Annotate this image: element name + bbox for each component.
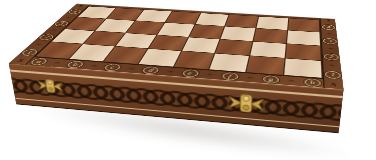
rank-label: 4 [322, 24, 335, 30]
scroll-motif-icon: ∞ [206, 73, 213, 77]
scroll-motif-icon: ∞ [288, 79, 294, 84]
scroll-motif-icon: ∞ [34, 43, 42, 46]
rank-coordinates-band-right: S 4 ∞ 3 ∞ 2 ∞ 1 S [320, 18, 344, 90]
corner-scroll-icon: S [326, 19, 331, 22]
scroll-motif-icon: ∞ [327, 32, 332, 35]
scroll-motif-icon: ∞ [65, 16, 72, 19]
corner-scroll-icon: S [16, 59, 25, 63]
board-square [284, 59, 321, 78]
rank-label: 3 [323, 38, 337, 45]
brass-clasp-icon [225, 90, 268, 117]
rank-label: 2 [324, 53, 339, 60]
rank-label: 1 [325, 71, 341, 80]
corner-scroll-icon: S [331, 83, 337, 88]
scroll-motif-icon: ∞ [167, 70, 175, 74]
product-photo: S 4 ∞ 3 ∞ 2 ∞ 1 S S 4 ∞ 3 ∞ 2 ∞ 1 S [0, 0, 376, 160]
scroll-motif-icon: ∞ [50, 29, 58, 32]
scroll-motif-icon: ∞ [329, 64, 335, 68]
brass-clasp-icon [34, 75, 67, 96]
board-square [210, 54, 249, 72]
scroll-motif-icon: ∞ [247, 76, 254, 80]
board-square [247, 56, 285, 75]
board-square [174, 51, 215, 69]
scroll-motif-icon: ∞ [90, 64, 98, 68]
scroll-motif-icon: ∞ [128, 67, 136, 71]
scroll-motif-icon: ∞ [328, 47, 334, 51]
scroll-motif-icon: ∞ [53, 61, 62, 65]
corner-scroll-icon: S [78, 5, 85, 8]
